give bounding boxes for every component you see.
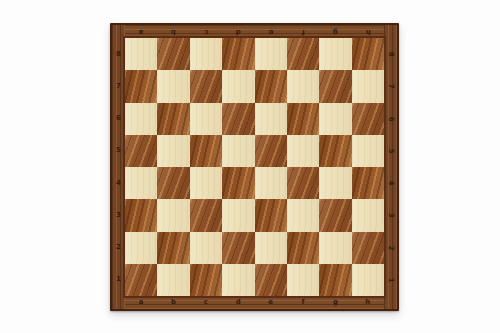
square-c4[interactable] (190, 167, 222, 199)
square-f4[interactable] (287, 167, 319, 199)
square-a2[interactable] (125, 232, 157, 264)
square-g1[interactable] (319, 264, 351, 296)
file-label-g: g (319, 296, 351, 309)
square-c7[interactable] (190, 70, 222, 102)
file-labels-top: abcdefgh (125, 25, 384, 38)
square-c1[interactable] (190, 264, 222, 296)
rank-labels-left: 87654321 (112, 38, 125, 296)
square-f7[interactable] (287, 70, 319, 102)
rank-label-5: 5 (374, 144, 406, 157)
square-g3[interactable] (319, 199, 351, 231)
square-a4[interactable] (125, 167, 157, 199)
square-e4[interactable] (255, 167, 287, 199)
rank-labels-right: 87654321 (384, 38, 397, 296)
rank-label-7: 7 (374, 80, 406, 93)
square-d7[interactable] (222, 70, 254, 102)
square-e1[interactable] (255, 264, 287, 296)
file-label-c: c (190, 296, 222, 309)
square-a8[interactable] (125, 38, 157, 70)
square-b7[interactable] (157, 70, 189, 102)
square-c2[interactable] (190, 232, 222, 264)
file-labels-bottom: abcdefgh (125, 296, 384, 309)
square-d2[interactable] (222, 232, 254, 264)
rank-label-8: 8 (112, 38, 125, 70)
square-f2[interactable] (287, 232, 319, 264)
square-b1[interactable] (157, 264, 189, 296)
rank-label-6: 6 (112, 103, 125, 135)
rank-label-2: 2 (112, 232, 125, 264)
square-g7[interactable] (319, 70, 351, 102)
square-d5[interactable] (222, 135, 254, 167)
square-c6[interactable] (190, 103, 222, 135)
rank-label-2: 2 (374, 241, 406, 254)
file-label-e: e (255, 25, 287, 38)
square-b3[interactable] (157, 199, 189, 231)
square-f1[interactable] (287, 264, 319, 296)
file-label-b: b (157, 25, 189, 38)
rank-label-3: 3 (112, 199, 125, 231)
square-f6[interactable] (287, 103, 319, 135)
file-label-b: b (157, 296, 189, 309)
square-d6[interactable] (222, 103, 254, 135)
file-label-a: a (125, 25, 157, 38)
file-label-g: g (319, 25, 351, 38)
square-a1[interactable] (125, 264, 157, 296)
file-label-f: f (287, 25, 319, 38)
file-label-e: e (255, 296, 287, 309)
board-grid (125, 38, 384, 296)
square-g5[interactable] (319, 135, 351, 167)
square-b6[interactable] (157, 103, 189, 135)
file-label-h: h (352, 296, 384, 309)
rank-label-6: 6 (374, 112, 406, 125)
rank-label-7: 7 (112, 70, 125, 102)
file-label-d: d (222, 25, 254, 38)
square-e2[interactable] (255, 232, 287, 264)
square-d3[interactable] (222, 199, 254, 231)
file-label-a: a (125, 296, 157, 309)
square-b8[interactable] (157, 38, 189, 70)
square-b4[interactable] (157, 167, 189, 199)
file-label-h: h (352, 25, 384, 38)
square-e3[interactable] (255, 199, 287, 231)
square-g6[interactable] (319, 103, 351, 135)
square-f8[interactable] (287, 38, 319, 70)
file-label-d: d (222, 296, 254, 309)
square-f5[interactable] (287, 135, 319, 167)
square-c8[interactable] (190, 38, 222, 70)
square-b5[interactable] (157, 135, 189, 167)
square-a7[interactable] (125, 70, 157, 102)
chess-board: abcdefgh abcdefgh 87654321 87654321 (110, 23, 399, 311)
square-e6[interactable] (255, 103, 287, 135)
rank-label-4: 4 (112, 167, 125, 199)
rank-label-1: 1 (374, 273, 406, 286)
square-g4[interactable] (319, 167, 351, 199)
square-d4[interactable] (222, 167, 254, 199)
square-c3[interactable] (190, 199, 222, 231)
square-a6[interactable] (125, 103, 157, 135)
playing-field (123, 36, 386, 298)
file-label-f: f (287, 296, 319, 309)
square-d8[interactable] (222, 38, 254, 70)
square-e8[interactable] (255, 38, 287, 70)
rank-label-8: 8 (374, 48, 406, 61)
rank-label-3: 3 (374, 209, 406, 222)
photo-background: { "game": "chess", "position": { "fen": … (0, 0, 500, 333)
rank-label-5: 5 (112, 135, 125, 167)
square-b2[interactable] (157, 232, 189, 264)
square-g8[interactable] (319, 38, 351, 70)
square-a3[interactable] (125, 199, 157, 231)
square-f3[interactable] (287, 199, 319, 231)
square-e7[interactable] (255, 70, 287, 102)
rank-label-1: 1 (112, 264, 125, 296)
square-a5[interactable] (125, 135, 157, 167)
square-c5[interactable] (190, 135, 222, 167)
square-g2[interactable] (319, 232, 351, 264)
rank-label-4: 4 (374, 177, 406, 190)
square-d1[interactable] (222, 264, 254, 296)
file-label-c: c (190, 25, 222, 38)
square-e5[interactable] (255, 135, 287, 167)
